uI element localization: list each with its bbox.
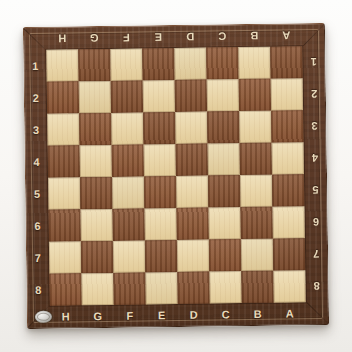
square-f2[interactable] <box>111 80 143 112</box>
file-label-bottom-b: B <box>242 303 274 325</box>
square-h8[interactable] <box>49 273 81 305</box>
square-h2[interactable] <box>47 81 79 113</box>
square-d8[interactable] <box>177 272 209 304</box>
file-label-top-g: G <box>78 27 110 49</box>
square-e8[interactable] <box>145 272 177 304</box>
square-e1[interactable] <box>142 48 174 80</box>
square-b1[interactable] <box>238 47 270 79</box>
square-a7[interactable] <box>273 238 305 270</box>
square-h3[interactable] <box>47 113 79 145</box>
square-a5[interactable] <box>272 174 304 206</box>
miter-joint-top-right <box>303 24 325 46</box>
square-d2[interactable] <box>175 80 207 112</box>
rank-label-left-2: 2 <box>25 82 47 114</box>
file-label-bottom-g: G <box>82 305 114 327</box>
square-d5[interactable] <box>176 176 208 208</box>
square-f7[interactable] <box>113 240 145 272</box>
file-label-bottom-c: C <box>210 303 242 325</box>
square-c3[interactable] <box>207 111 239 143</box>
square-d6[interactable] <box>176 208 208 240</box>
square-f6[interactable] <box>112 208 144 240</box>
square-b8[interactable] <box>241 271 273 303</box>
file-label-top-h: H <box>46 27 78 49</box>
photo-background: HGFEDCBA HGFEDCBA 12345678 12345678 <box>0 0 352 352</box>
square-g5[interactable] <box>80 177 112 209</box>
miter-joint-top-left <box>23 28 45 50</box>
square-b7[interactable] <box>241 239 273 271</box>
square-a8[interactable] <box>273 270 305 302</box>
square-a2[interactable] <box>271 78 303 110</box>
square-h5[interactable] <box>48 177 80 209</box>
rank-label-left-6: 6 <box>26 210 48 242</box>
square-e7[interactable] <box>145 240 177 272</box>
square-e6[interactable] <box>144 208 176 240</box>
square-b6[interactable] <box>240 207 272 239</box>
square-g3[interactable] <box>79 113 111 145</box>
square-g7[interactable] <box>81 241 113 273</box>
square-c8[interactable] <box>209 271 241 303</box>
square-f8[interactable] <box>113 272 145 304</box>
file-label-bottom-d: D <box>178 304 210 326</box>
board-grid <box>46 46 306 306</box>
file-label-bottom-h: H <box>50 305 82 327</box>
rank-label-right-6: 6 <box>304 206 326 238</box>
square-d4[interactable] <box>176 144 208 176</box>
file-label-bottom-f: F <box>114 304 146 326</box>
rank-label-left-5: 5 <box>26 178 48 210</box>
square-b4[interactable] <box>240 143 272 175</box>
rank-label-right-8: 8 <box>305 270 327 302</box>
file-label-top-a: A <box>270 24 302 46</box>
square-a1[interactable] <box>270 46 302 78</box>
square-f3[interactable] <box>111 112 143 144</box>
square-d3[interactable] <box>175 112 207 144</box>
rank-label-right-5: 5 <box>304 174 326 206</box>
miter-joint-bottom-right <box>307 302 329 324</box>
rank-label-left-7: 7 <box>27 242 49 274</box>
square-g4[interactable] <box>80 145 112 177</box>
square-c4[interactable] <box>208 143 240 175</box>
square-a6[interactable] <box>272 206 304 238</box>
square-g2[interactable] <box>79 81 111 113</box>
square-g1[interactable] <box>78 49 110 81</box>
rank-label-right-1: 1 <box>302 46 324 78</box>
square-b3[interactable] <box>239 111 271 143</box>
rank-label-left-8: 8 <box>27 274 49 306</box>
file-label-top-e: E <box>142 26 174 48</box>
file-label-top-b: B <box>238 25 270 47</box>
square-f1[interactable] <box>110 48 142 80</box>
square-a4[interactable] <box>272 142 304 174</box>
chess-board: HGFEDCBA HGFEDCBA 12345678 12345678 <box>23 23 329 329</box>
square-g6[interactable] <box>80 209 112 241</box>
square-e5[interactable] <box>144 176 176 208</box>
square-b2[interactable] <box>239 79 271 111</box>
file-label-top-c: C <box>206 25 238 47</box>
square-a3[interactable] <box>271 110 303 142</box>
square-c2[interactable] <box>207 79 239 111</box>
square-d1[interactable] <box>174 48 206 80</box>
square-f4[interactable] <box>112 144 144 176</box>
square-f5[interactable] <box>112 176 144 208</box>
square-e3[interactable] <box>143 112 175 144</box>
square-e4[interactable] <box>144 144 176 176</box>
square-c7[interactable] <box>209 239 241 271</box>
square-c6[interactable] <box>208 207 240 239</box>
rank-label-right-4: 4 <box>304 142 326 174</box>
rank-label-left-1: 1 <box>24 50 46 82</box>
rank-label-left-4: 4 <box>26 146 48 178</box>
square-e2[interactable] <box>143 80 175 112</box>
file-label-top-d: D <box>174 26 206 48</box>
square-c5[interactable] <box>208 175 240 207</box>
file-label-bottom-a: A <box>274 302 306 324</box>
rank-labels-right: 12345678 <box>302 46 328 302</box>
rank-label-right-2: 2 <box>303 78 325 110</box>
file-label-top-f: F <box>110 26 142 48</box>
square-h1[interactable] <box>46 49 78 81</box>
file-label-bottom-e: E <box>146 304 178 326</box>
square-c1[interactable] <box>206 47 238 79</box>
rank-label-left-3: 3 <box>25 114 47 146</box>
square-h4[interactable] <box>48 145 80 177</box>
file-labels-bottom: HGFEDCBA <box>50 302 306 328</box>
rank-label-right-3: 3 <box>303 110 325 142</box>
square-h6[interactable] <box>48 209 80 241</box>
square-d7[interactable] <box>177 240 209 272</box>
rank-label-right-7: 7 <box>305 238 327 270</box>
square-g8[interactable] <box>81 273 113 305</box>
square-b5[interactable] <box>240 175 272 207</box>
square-h7[interactable] <box>49 241 81 273</box>
